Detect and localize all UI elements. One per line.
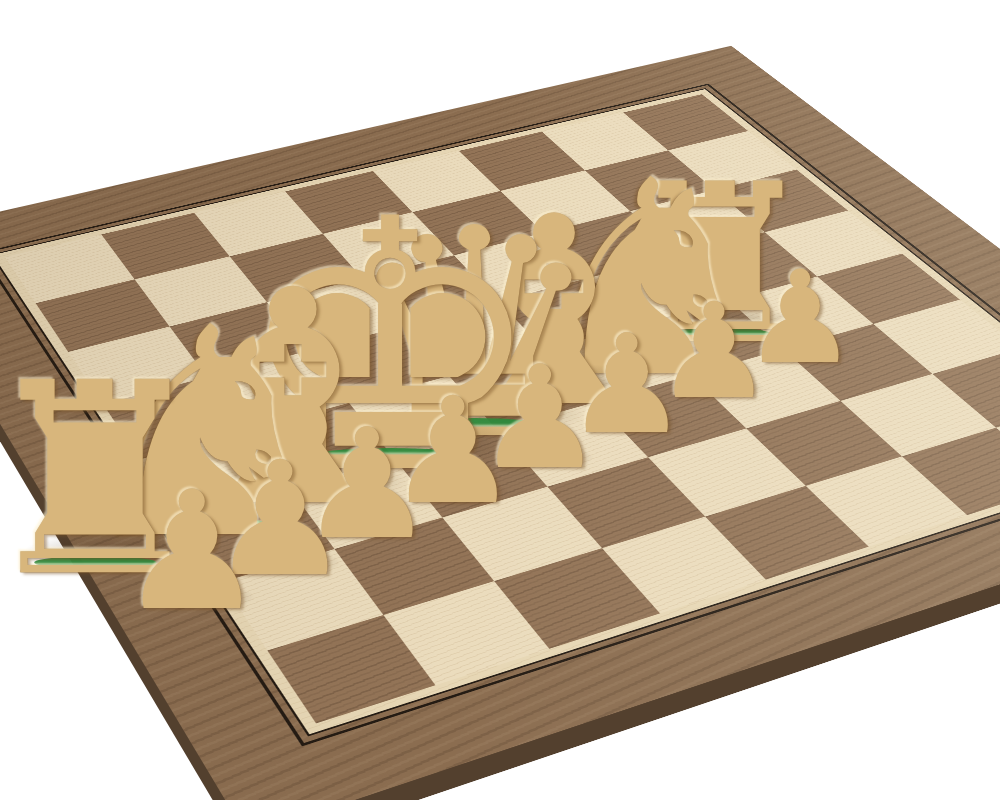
piece-white-pawn-h2[interactable]: ♟ — [118, 470, 265, 634]
scene: ♜♞♝♚♛♝♞♜♟♟♟♟♟♟♟♟ — [0, 0, 1000, 800]
